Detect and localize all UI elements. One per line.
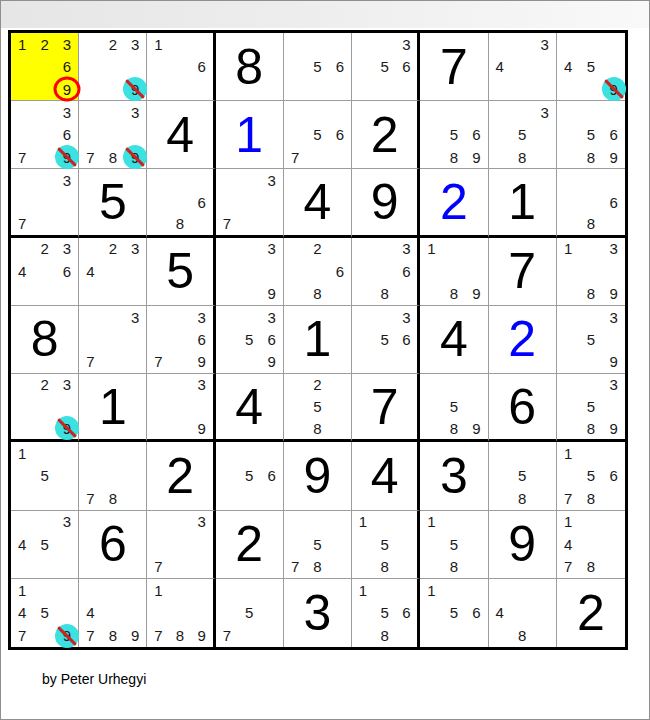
candidate-3[interactable]: 3 bbox=[540, 37, 548, 52]
candidate-3[interactable]: 3 bbox=[402, 310, 410, 325]
candidate-2[interactable]: 2 bbox=[109, 37, 117, 52]
candidate-slot-4[interactable]: 4 bbox=[79, 602, 101, 625]
candidate-slot-3[interactable]: 3 bbox=[602, 374, 625, 396]
candidate-slot-6[interactable]: 6 bbox=[329, 124, 351, 146]
candidate-slot-5[interactable]: 5 bbox=[238, 602, 260, 625]
candidate-6[interactable]: 6 bbox=[198, 195, 206, 210]
candidate-slot-3[interactable]: 3 bbox=[191, 306, 213, 328]
candidate-7[interactable]: 7 bbox=[223, 628, 231, 643]
candidate-slot-3[interactable]: 3 bbox=[260, 306, 282, 328]
candidate-3[interactable]: 3 bbox=[268, 310, 276, 325]
candidate-slot-5[interactable]: 5 bbox=[511, 465, 533, 487]
candidate-slot-3[interactable]: 3 bbox=[396, 238, 418, 260]
candidate-1[interactable]: 1 bbox=[359, 583, 367, 598]
candidate-slot-6[interactable]: 6 bbox=[260, 465, 282, 487]
candidate-3[interactable]: 3 bbox=[131, 105, 139, 120]
cell-r1c1[interactable]: 12369 bbox=[11, 33, 79, 101]
candidate-5[interactable]: 5 bbox=[450, 127, 458, 142]
candidate-3[interactable]: 3 bbox=[63, 173, 71, 188]
candidate-7[interactable]: 7 bbox=[86, 491, 94, 506]
candidate-5[interactable]: 5 bbox=[313, 127, 321, 142]
candidate-9[interactable]: 9 bbox=[131, 628, 139, 643]
candidate-8[interactable]: 8 bbox=[176, 216, 184, 231]
candidate-slot-5[interactable]: 5 bbox=[443, 533, 465, 555]
candidate-1[interactable]: 1 bbox=[564, 241, 572, 256]
candidate-6[interactable]: 6 bbox=[402, 264, 410, 279]
candidate-8[interactable]: 8 bbox=[109, 150, 117, 165]
candidate-slot-7[interactable]: 7 bbox=[147, 624, 169, 647]
candidate-8[interactable]: 8 bbox=[587, 559, 595, 574]
candidate-9[interactable]: 9 bbox=[472, 421, 480, 436]
candidate-slot-9[interactable]: 9 bbox=[56, 624, 78, 647]
cell-r9c2[interactable]: 4789 bbox=[79, 579, 147, 647]
candidate-3[interactable]: 3 bbox=[63, 105, 71, 120]
candidate-slot-7[interactable]: 7 bbox=[216, 213, 238, 235]
candidate-slot-8[interactable]: 8 bbox=[443, 146, 465, 168]
cell-r2c3[interactable]: 4 bbox=[147, 101, 215, 169]
cell-r6c6[interactable]: 7 bbox=[352, 374, 420, 442]
candidate-8[interactable]: 8 bbox=[313, 421, 321, 436]
cell-r7c9[interactable]: 15678 bbox=[557, 442, 625, 510]
candidate-2[interactable]: 2 bbox=[313, 241, 321, 256]
cell-r1c5[interactable]: 56 bbox=[284, 33, 352, 101]
candidate-slot-6[interactable]: 6 bbox=[191, 55, 213, 77]
candidate-9[interactable]: 9 bbox=[609, 150, 617, 165]
candidate-2[interactable]: 2 bbox=[40, 377, 48, 392]
candidate-6[interactable]: 6 bbox=[472, 127, 480, 142]
candidate-slot-8[interactable]: 8 bbox=[374, 555, 396, 577]
candidate-1[interactable]: 1 bbox=[154, 583, 162, 598]
candidate-slot-8[interactable]: 8 bbox=[580, 487, 603, 509]
candidate-slot-5[interactable]: 5 bbox=[306, 55, 328, 77]
candidate-slot-5[interactable]: 5 bbox=[443, 602, 465, 625]
cell-r8c8[interactable]: 9 bbox=[489, 511, 557, 579]
candidate-slot-8[interactable]: 8 bbox=[306, 282, 328, 304]
cell-r6c3[interactable]: 39 bbox=[147, 374, 215, 442]
candidate-7[interactable]: 7 bbox=[564, 559, 572, 574]
cell-r3c3[interactable]: 68 bbox=[147, 169, 215, 237]
candidate-slot-7[interactable]: 7 bbox=[147, 555, 169, 577]
candidate-8[interactable]: 8 bbox=[176, 628, 184, 643]
candidate-1[interactable]: 1 bbox=[359, 514, 367, 529]
candidate-slot-9[interactable]: 9 bbox=[602, 418, 625, 440]
candidate-5[interactable]: 5 bbox=[450, 605, 458, 620]
candidate-8[interactable]: 8 bbox=[313, 559, 321, 574]
candidate-3[interactable]: 3 bbox=[402, 241, 410, 256]
candidate-slot-8[interactable]: 8 bbox=[169, 213, 191, 235]
cell-r6c7[interactable]: 589 bbox=[420, 374, 488, 442]
candidate-8[interactable]: 8 bbox=[518, 628, 526, 643]
candidate-9[interactable]: 9 bbox=[472, 286, 480, 301]
candidate-slot-7[interactable]: 7 bbox=[79, 624, 101, 647]
cell-r3c4[interactable]: 37 bbox=[216, 169, 284, 237]
candidate-slot-1[interactable]: 1 bbox=[557, 511, 580, 533]
candidate-4[interactable]: 4 bbox=[496, 605, 504, 620]
candidate-slot-5[interactable]: 5 bbox=[33, 465, 55, 487]
candidate-slot-7[interactable]: 7 bbox=[284, 146, 306, 168]
candidate-5[interactable]: 5 bbox=[518, 468, 526, 483]
candidate-slot-5[interactable]: 5 bbox=[306, 396, 328, 418]
candidate-slot-2[interactable]: 2 bbox=[102, 33, 124, 55]
cell-r5c4[interactable]: 3569 bbox=[216, 306, 284, 374]
candidate-8[interactable]: 8 bbox=[587, 421, 595, 436]
candidate-slot-5[interactable]: 5 bbox=[306, 533, 328, 555]
candidate-slot-6[interactable]: 6 bbox=[602, 191, 625, 213]
candidate-5[interactable]: 5 bbox=[587, 127, 595, 142]
candidate-slot-5[interactable]: 5 bbox=[580, 124, 603, 146]
candidate-slot-8[interactable]: 8 bbox=[580, 213, 603, 235]
cell-r1c3[interactable]: 16 bbox=[147, 33, 215, 101]
candidate-2[interactable]: 2 bbox=[109, 241, 117, 256]
cell-r7c6[interactable]: 4 bbox=[352, 442, 420, 510]
candidate-slot-9[interactable]: 9 bbox=[602, 282, 625, 304]
candidate-slot-7[interactable]: 7 bbox=[11, 624, 33, 647]
candidate-6[interactable]: 6 bbox=[268, 332, 276, 347]
cell-r4c7[interactable]: 189 bbox=[420, 238, 488, 306]
candidate-4[interactable]: 4 bbox=[18, 605, 26, 620]
cell-r9c1[interactable]: 14579 bbox=[11, 579, 79, 647]
cell-r1c8[interactable]: 34 bbox=[489, 33, 557, 101]
candidate-slot-7[interactable]: 7 bbox=[79, 146, 101, 168]
candidate-slot-1[interactable]: 1 bbox=[352, 511, 374, 533]
candidate-slot-1[interactable]: 1 bbox=[11, 33, 33, 55]
candidate-slot-3[interactable]: 3 bbox=[602, 238, 625, 260]
candidate-1[interactable]: 1 bbox=[427, 514, 435, 529]
cell-r4c1[interactable]: 2346 bbox=[11, 238, 79, 306]
candidate-slot-5[interactable]: 5 bbox=[580, 465, 603, 487]
cell-r2c9[interactable]: 5689 bbox=[557, 101, 625, 169]
candidate-slot-3[interactable]: 3 bbox=[260, 169, 282, 191]
cell-r7c1[interactable]: 15 bbox=[11, 442, 79, 510]
cell-r2c4[interactable]: 1 bbox=[216, 101, 284, 169]
candidate-slot-6[interactable]: 6 bbox=[260, 328, 282, 350]
candidate-slot-2[interactable]: 2 bbox=[306, 374, 328, 396]
candidate-slot-6[interactable]: 6 bbox=[396, 55, 418, 77]
cell-r6c9[interactable]: 3589 bbox=[557, 374, 625, 442]
candidate-slot-3[interactable]: 3 bbox=[533, 101, 555, 123]
candidate-slot-9[interactable]: 9 bbox=[191, 351, 213, 373]
candidate-slot-6[interactable]: 6 bbox=[56, 55, 78, 77]
cell-r5c8[interactable]: 2 bbox=[489, 306, 557, 374]
candidate-slot-5[interactable]: 5 bbox=[374, 55, 396, 77]
candidate-2[interactable]: 2 bbox=[40, 241, 48, 256]
candidate-slot-3[interactable]: 3 bbox=[56, 374, 78, 396]
candidate-5[interactable]: 5 bbox=[313, 59, 321, 74]
candidate-5[interactable]: 5 bbox=[587, 332, 595, 347]
candidate-slot-5[interactable]: 5 bbox=[374, 533, 396, 555]
candidate-1[interactable]: 1 bbox=[18, 446, 26, 461]
candidate-slot-8[interactable]: 8 bbox=[443, 555, 465, 577]
cell-r8c2[interactable]: 6 bbox=[79, 511, 147, 579]
candidate-slot-8[interactable]: 8 bbox=[443, 418, 465, 440]
candidate-5[interactable]: 5 bbox=[40, 537, 48, 552]
candidate-6[interactable]: 6 bbox=[336, 59, 344, 74]
candidate-slot-3[interactable]: 3 bbox=[56, 101, 78, 123]
candidate-4[interactable]: 4 bbox=[18, 537, 26, 552]
cell-r7c2[interactable]: 78 bbox=[79, 442, 147, 510]
candidate-slot-8[interactable]: 8 bbox=[580, 146, 603, 168]
candidate-3[interactable]: 3 bbox=[131, 241, 139, 256]
candidate-slot-6[interactable]: 6 bbox=[396, 260, 418, 282]
candidate-1[interactable]: 1 bbox=[427, 241, 435, 256]
candidate-5[interactable]: 5 bbox=[518, 127, 526, 142]
candidate-slot-5[interactable]: 5 bbox=[443, 396, 465, 418]
candidate-8[interactable]: 8 bbox=[587, 150, 595, 165]
candidate-7[interactable]: 7 bbox=[154, 354, 162, 369]
cell-r1c2[interactable]: 239 bbox=[79, 33, 147, 101]
candidate-3[interactable]: 3 bbox=[268, 241, 276, 256]
candidate-slot-1[interactable]: 1 bbox=[11, 579, 33, 602]
candidate-slot-1[interactable]: 1 bbox=[11, 442, 33, 464]
candidate-slot-9[interactable]: 9 bbox=[124, 146, 146, 168]
candidate-6[interactable]: 6 bbox=[336, 264, 344, 279]
candidate-9[interactable]: 9 bbox=[198, 628, 206, 643]
candidate-3[interactable]: 3 bbox=[131, 37, 139, 52]
candidate-5[interactable]: 5 bbox=[245, 605, 253, 620]
candidate-3[interactable]: 3 bbox=[198, 514, 206, 529]
candidate-3[interactable]: 3 bbox=[198, 310, 206, 325]
candidate-1[interactable]: 1 bbox=[427, 583, 435, 598]
candidate-7[interactable]: 7 bbox=[564, 491, 572, 506]
cell-r4c6[interactable]: 368 bbox=[352, 238, 420, 306]
candidate-slot-3[interactable]: 3 bbox=[56, 169, 78, 191]
candidate-slot-4[interactable]: 4 bbox=[11, 602, 33, 625]
cell-r5c2[interactable]: 37 bbox=[79, 306, 147, 374]
cell-r7c8[interactable]: 58 bbox=[489, 442, 557, 510]
candidate-slot-3[interactable]: 3 bbox=[396, 306, 418, 328]
candidate-4[interactable]: 4 bbox=[86, 264, 94, 279]
candidate-slot-9[interactable]: 9 bbox=[465, 146, 487, 168]
candidate-slot-5[interactable]: 5 bbox=[374, 328, 396, 350]
cell-r9c6[interactable]: 1568 bbox=[352, 579, 420, 647]
candidate-slot-5[interactable]: 5 bbox=[443, 124, 465, 146]
candidate-slot-1[interactable]: 1 bbox=[420, 511, 442, 533]
candidate-slot-5[interactable]: 5 bbox=[306, 124, 328, 146]
candidate-5[interactable]: 5 bbox=[450, 399, 458, 414]
candidate-slot-6[interactable]: 6 bbox=[602, 465, 625, 487]
candidate-6[interactable]: 6 bbox=[63, 127, 71, 142]
candidate-5[interactable]: 5 bbox=[40, 468, 48, 483]
candidate-slot-8[interactable]: 8 bbox=[580, 418, 603, 440]
candidate-6[interactable]: 6 bbox=[402, 59, 410, 74]
candidate-slot-9[interactable]: 9 bbox=[124, 624, 146, 647]
candidate-7[interactable]: 7 bbox=[86, 628, 94, 643]
cell-r2c5[interactable]: 567 bbox=[284, 101, 352, 169]
cell-r3c2[interactable]: 5 bbox=[79, 169, 147, 237]
candidate-8[interactable]: 8 bbox=[381, 628, 389, 643]
cell-r3c6[interactable]: 9 bbox=[352, 169, 420, 237]
candidate-5[interactable]: 5 bbox=[381, 332, 389, 347]
cell-r2c1[interactable]: 3679 bbox=[11, 101, 79, 169]
candidate-slot-7[interactable]: 7 bbox=[11, 146, 33, 168]
candidate-3[interactable]: 3 bbox=[268, 173, 276, 188]
cell-r3c7[interactable]: 2 bbox=[420, 169, 488, 237]
candidate-slot-9[interactable]: 9 bbox=[465, 282, 487, 304]
candidate-7[interactable]: 7 bbox=[154, 628, 162, 643]
candidate-6[interactable]: 6 bbox=[336, 127, 344, 142]
candidate-slot-6[interactable]: 6 bbox=[465, 602, 487, 625]
candidate-4[interactable]: 4 bbox=[564, 537, 572, 552]
candidate-8[interactable]: 8 bbox=[109, 491, 117, 506]
candidate-slot-6[interactable]: 6 bbox=[56, 260, 78, 282]
cell-r8c7[interactable]: 158 bbox=[420, 511, 488, 579]
candidate-slot-8[interactable]: 8 bbox=[443, 282, 465, 304]
cell-r1c9[interactable]: 459 bbox=[557, 33, 625, 101]
candidate-9[interactable]: 9 bbox=[268, 286, 276, 301]
candidate-slot-3[interactable]: 3 bbox=[124, 238, 146, 260]
candidate-6[interactable]: 6 bbox=[609, 195, 617, 210]
candidate-1[interactable]: 1 bbox=[18, 583, 26, 598]
candidate-8[interactable]: 8 bbox=[587, 286, 595, 301]
candidate-3[interactable]: 3 bbox=[609, 310, 617, 325]
candidate-5[interactable]: 5 bbox=[40, 605, 48, 620]
candidate-slot-3[interactable]: 3 bbox=[533, 33, 555, 55]
candidate-slot-8[interactable]: 8 bbox=[169, 624, 191, 647]
candidate-slot-4[interactable]: 4 bbox=[489, 55, 511, 77]
cell-r7c7[interactable]: 3 bbox=[420, 442, 488, 510]
candidate-slot-1[interactable]: 1 bbox=[557, 238, 580, 260]
cell-r8c1[interactable]: 345 bbox=[11, 511, 79, 579]
candidate-slot-7[interactable]: 7 bbox=[79, 487, 101, 509]
candidate-slot-1[interactable]: 1 bbox=[557, 442, 580, 464]
cell-r5c1[interactable]: 8 bbox=[11, 306, 79, 374]
candidate-5[interactable]: 5 bbox=[381, 605, 389, 620]
candidate-6[interactable]: 6 bbox=[63, 264, 71, 279]
candidate-5[interactable]: 5 bbox=[587, 399, 595, 414]
cell-r8c5[interactable]: 578 bbox=[284, 511, 352, 579]
candidate-6[interactable]: 6 bbox=[472, 605, 480, 620]
cell-r9c8[interactable]: 48 bbox=[489, 579, 557, 647]
candidate-3[interactable]: 3 bbox=[609, 377, 617, 392]
candidate-slot-1[interactable]: 1 bbox=[147, 33, 169, 55]
candidate-slot-6[interactable]: 6 bbox=[396, 602, 418, 625]
cell-r8c6[interactable]: 158 bbox=[352, 511, 420, 579]
candidate-5[interactable]: 5 bbox=[313, 399, 321, 414]
candidate-slot-9[interactable]: 9 bbox=[124, 78, 146, 100]
cell-r9c4[interactable]: 57 bbox=[216, 579, 284, 647]
candidate-8[interactable]: 8 bbox=[109, 628, 117, 643]
candidate-8[interactable]: 8 bbox=[587, 491, 595, 506]
candidate-slot-3[interactable]: 3 bbox=[56, 511, 78, 533]
cell-r5c9[interactable]: 359 bbox=[557, 306, 625, 374]
cell-r3c1[interactable]: 37 bbox=[11, 169, 79, 237]
cell-r7c3[interactable]: 2 bbox=[147, 442, 215, 510]
cell-r6c8[interactable]: 6 bbox=[489, 374, 557, 442]
cell-r6c4[interactable]: 4 bbox=[216, 374, 284, 442]
cell-r9c7[interactable]: 156 bbox=[420, 579, 488, 647]
candidate-slot-8[interactable]: 8 bbox=[511, 624, 533, 647]
candidate-9[interactable]: 9 bbox=[609, 421, 617, 436]
candidate-slot-5[interactable]: 5 bbox=[580, 328, 603, 350]
candidate-slot-6[interactable]: 6 bbox=[465, 124, 487, 146]
candidate-6[interactable]: 6 bbox=[63, 59, 71, 74]
candidate-slot-5[interactable]: 5 bbox=[33, 533, 55, 555]
candidate-slot-9[interactable]: 9 bbox=[602, 78, 625, 100]
candidate-slot-6[interactable]: 6 bbox=[56, 124, 78, 146]
candidate-slot-7[interactable]: 7 bbox=[79, 351, 101, 373]
candidate-slot-5[interactable]: 5 bbox=[580, 396, 603, 418]
cell-r6c5[interactable]: 258 bbox=[284, 374, 352, 442]
candidate-slot-3[interactable]: 3 bbox=[396, 33, 418, 55]
candidate-3[interactable]: 3 bbox=[198, 377, 206, 392]
candidate-7[interactable]: 7 bbox=[18, 628, 26, 643]
cell-r9c3[interactable]: 1789 bbox=[147, 579, 215, 647]
candidate-slot-3[interactable]: 3 bbox=[56, 238, 78, 260]
candidate-slot-9[interactable]: 9 bbox=[191, 624, 213, 647]
candidate-slot-8[interactable]: 8 bbox=[580, 555, 603, 577]
candidate-slot-1[interactable]: 1 bbox=[420, 238, 442, 260]
candidate-9[interactable]: 9 bbox=[198, 354, 206, 369]
candidate-8[interactable]: 8 bbox=[381, 559, 389, 574]
cell-r2c2[interactable]: 3789 bbox=[79, 101, 147, 169]
candidate-slot-2[interactable]: 2 bbox=[33, 238, 55, 260]
candidate-slot-8[interactable]: 8 bbox=[102, 624, 124, 647]
candidate-1[interactable]: 1 bbox=[564, 446, 572, 461]
cell-r5c3[interactable]: 3679 bbox=[147, 306, 215, 374]
candidate-slot-9[interactable]: 9 bbox=[56, 418, 78, 440]
candidate-1[interactable]: 1 bbox=[564, 514, 572, 529]
candidate-slot-8[interactable]: 8 bbox=[306, 555, 328, 577]
candidate-slot-2[interactable]: 2 bbox=[102, 238, 124, 260]
candidate-2[interactable]: 2 bbox=[313, 377, 321, 392]
candidate-slot-5[interactable]: 5 bbox=[238, 465, 260, 487]
candidate-6[interactable]: 6 bbox=[402, 332, 410, 347]
candidate-slot-6[interactable]: 6 bbox=[191, 191, 213, 213]
candidate-slot-8[interactable]: 8 bbox=[102, 487, 124, 509]
candidate-8[interactable]: 8 bbox=[450, 286, 458, 301]
candidate-5[interactable]: 5 bbox=[587, 468, 595, 483]
candidate-6[interactable]: 6 bbox=[268, 468, 276, 483]
candidate-slot-4[interactable]: 4 bbox=[79, 260, 101, 282]
candidate-7[interactable]: 7 bbox=[154, 559, 162, 574]
candidate-slot-9[interactable]: 9 bbox=[191, 418, 213, 440]
candidate-3[interactable]: 3 bbox=[609, 241, 617, 256]
cell-r4c8[interactable]: 7 bbox=[489, 238, 557, 306]
candidate-8[interactable]: 8 bbox=[450, 150, 458, 165]
candidate-5[interactable]: 5 bbox=[587, 59, 595, 74]
candidate-slot-5[interactable]: 5 bbox=[511, 124, 533, 146]
candidate-5[interactable]: 5 bbox=[245, 332, 253, 347]
candidate-slot-5[interactable]: 5 bbox=[33, 602, 55, 625]
cell-r8c4[interactable]: 2 bbox=[216, 511, 284, 579]
candidate-2[interactable]: 2 bbox=[40, 37, 48, 52]
candidate-8[interactable]: 8 bbox=[518, 150, 526, 165]
candidate-6[interactable]: 6 bbox=[402, 605, 410, 620]
candidate-6[interactable]: 6 bbox=[609, 127, 617, 142]
candidate-slot-9[interactable]: 9 bbox=[602, 351, 625, 373]
cell-r8c9[interactable]: 1478 bbox=[557, 511, 625, 579]
candidate-5[interactable]: 5 bbox=[450, 537, 458, 552]
candidate-slot-3[interactable]: 3 bbox=[124, 33, 146, 55]
candidate-slot-8[interactable]: 8 bbox=[102, 146, 124, 168]
candidate-slot-4[interactable]: 4 bbox=[557, 55, 580, 77]
candidate-slot-7[interactable]: 7 bbox=[557, 487, 580, 509]
candidate-slot-6[interactable]: 6 bbox=[329, 55, 351, 77]
candidate-slot-3[interactable]: 3 bbox=[191, 511, 213, 533]
candidate-9[interactable]: 9 bbox=[609, 354, 617, 369]
cell-r8c3[interactable]: 37 bbox=[147, 511, 215, 579]
candidate-6[interactable]: 6 bbox=[198, 332, 206, 347]
cell-r9c5[interactable]: 3 bbox=[284, 579, 352, 647]
candidate-slot-7[interactable]: 7 bbox=[557, 555, 580, 577]
candidate-4[interactable]: 4 bbox=[496, 59, 504, 74]
candidate-9[interactable]: 9 bbox=[472, 150, 480, 165]
candidate-7[interactable]: 7 bbox=[223, 216, 231, 231]
candidate-7[interactable]: 7 bbox=[291, 150, 299, 165]
candidate-slot-9[interactable]: 9 bbox=[260, 282, 282, 304]
candidate-slot-5[interactable]: 5 bbox=[238, 328, 260, 350]
candidate-7[interactable]: 7 bbox=[291, 559, 299, 574]
